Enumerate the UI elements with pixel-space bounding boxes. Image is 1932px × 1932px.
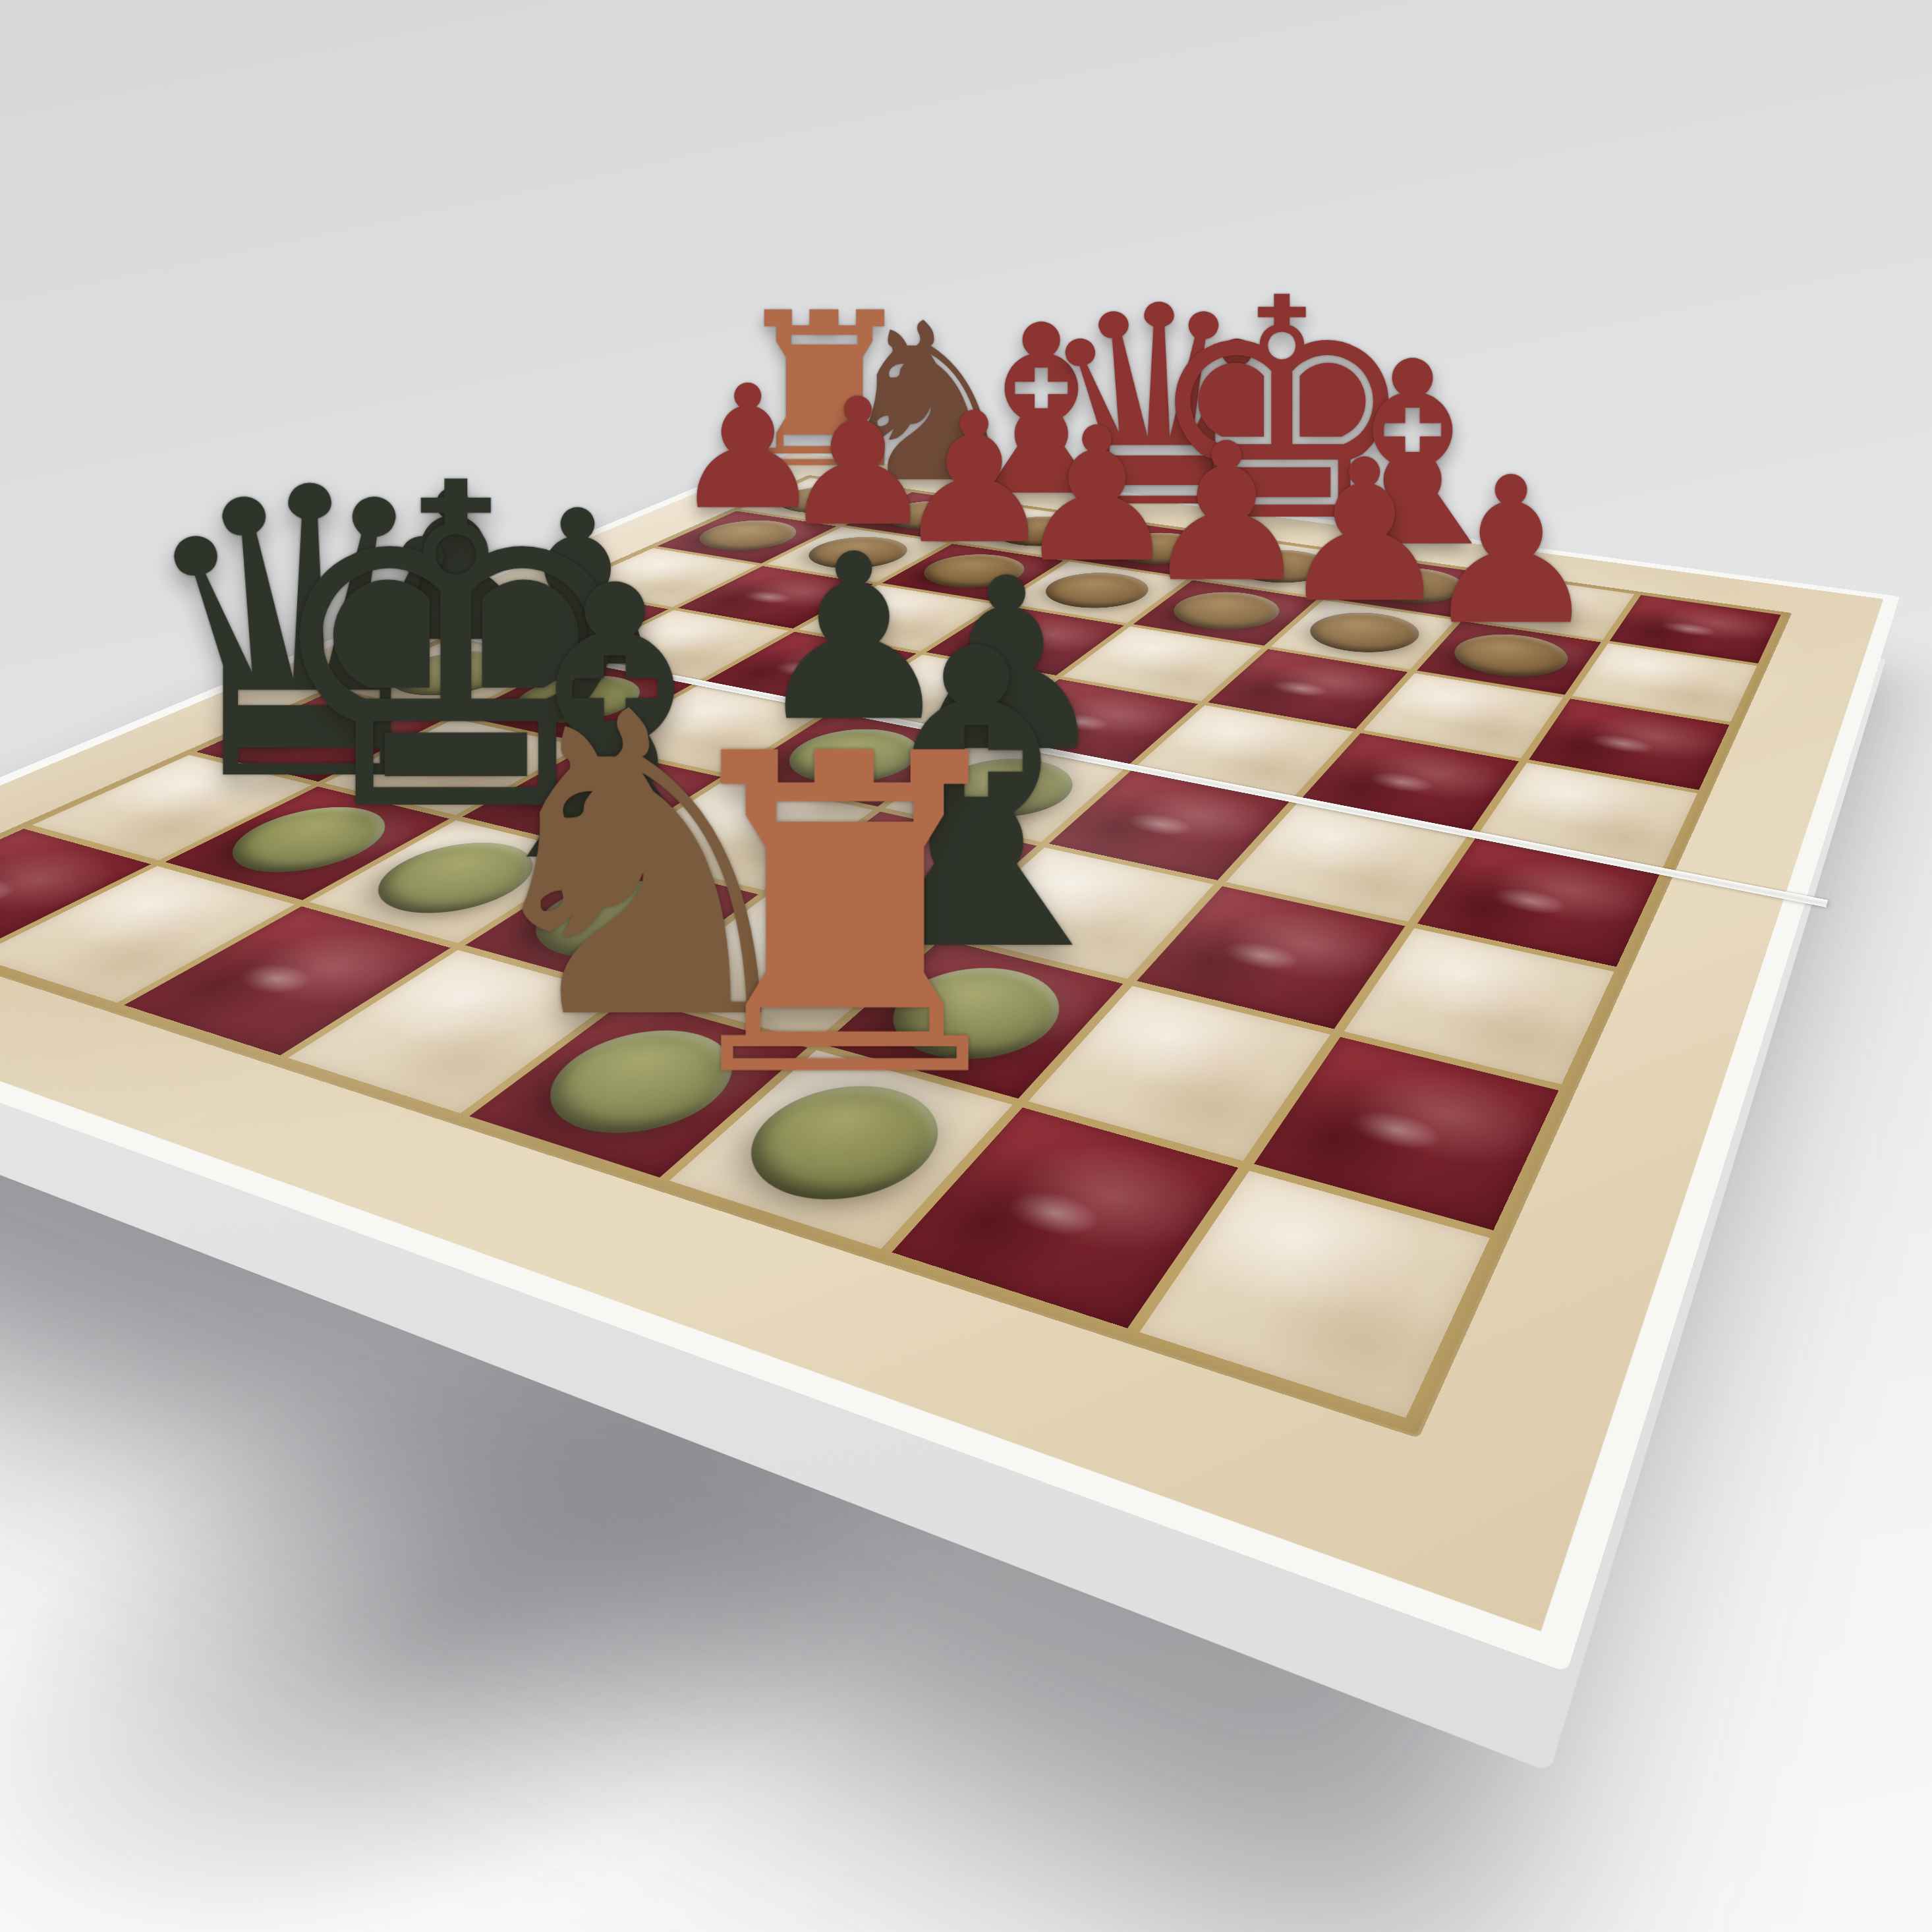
red-pawn[interactable]: ♟	[1420, 450, 1601, 652]
square-a1[interactable]	[0, 829, 150, 955]
square-f1[interactable]: ♜	[669, 1050, 1011, 1249]
square-h8[interactable]	[1610, 595, 1780, 664]
photo-scene: ♜♞♝♛♚♝♟♟♟♟♟♟♟♟♟♟♟♛♚♝♝♞♜	[0, 0, 1932, 1932]
green-rook[interactable]: ♜	[648, 698, 1042, 1137]
